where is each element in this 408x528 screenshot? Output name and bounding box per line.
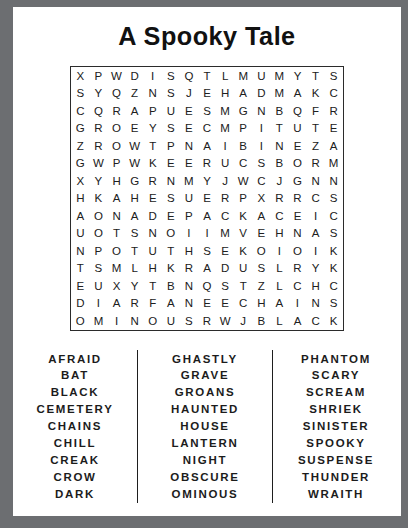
grid-cell: J: [216, 172, 234, 190]
grid-cell: P: [107, 155, 125, 173]
grid-cell: Y: [288, 67, 306, 85]
grid-cell: S: [162, 120, 180, 138]
word-list-item: GROANS: [138, 384, 272, 401]
grid-cell: H: [252, 295, 270, 313]
word-list-item: HAUNTED: [138, 401, 272, 418]
word-list-item: GHASTLY: [138, 351, 272, 368]
grid-cell: B: [270, 155, 288, 173]
grid-cell: R: [198, 312, 216, 330]
word-list-item: NIGHT: [138, 452, 272, 469]
word-list-column: GHASTLYGRAVEGROANSHAUNTEDHOUSELANTERNNIG…: [137, 350, 273, 503]
grid-cell: H: [71, 190, 89, 208]
grid-cell: D: [252, 85, 270, 103]
grid-cell: N: [180, 137, 198, 155]
word-list-item: SCREAM: [273, 384, 399, 401]
grid-cell: O: [288, 155, 306, 173]
word-list-item: PHANTOM: [273, 351, 399, 368]
grid-cell: T: [71, 260, 89, 278]
grid-cell: P: [162, 137, 180, 155]
grid-cell: E: [162, 155, 180, 173]
grid-cell: X: [71, 172, 89, 190]
grid-cell: C: [71, 102, 89, 120]
grid-cell: I: [288, 295, 306, 313]
grid-cell: A: [198, 137, 216, 155]
grid-cell: K: [89, 190, 107, 208]
word-list-item: OBSCURE: [138, 469, 272, 486]
grid-cell: S: [89, 260, 107, 278]
grid-cell: O: [89, 225, 107, 243]
grid-cell: Z: [71, 137, 89, 155]
grid-cell: I: [307, 242, 325, 260]
grid-cell: R: [216, 190, 234, 208]
grid-cell: I: [180, 225, 198, 243]
grid-cell: N: [144, 85, 162, 103]
grid-cell: R: [288, 190, 306, 208]
grid-cell: A: [162, 295, 180, 313]
grid-cell: T: [270, 120, 288, 138]
grid-cell: K: [325, 312, 343, 330]
grid-cell: M: [216, 102, 234, 120]
grid-cell: H: [216, 85, 234, 103]
grid-cell: A: [198, 207, 216, 225]
grid-cell: W: [216, 312, 234, 330]
grid-cell: E: [144, 190, 162, 208]
grid-cell: X: [107, 277, 125, 295]
grid-cell: R: [325, 102, 343, 120]
grid-cell: Y: [89, 85, 107, 103]
grid-cell: K: [144, 155, 162, 173]
grid-cell: W: [234, 172, 252, 190]
grid-cell: E: [288, 137, 306, 155]
grid-cell: B: [162, 277, 180, 295]
word-search-grid: XPWDISQTLMUMYTSSYQZNSJEHADMAKCCQRAPUESMG…: [70, 66, 343, 331]
grid-cell: A: [325, 137, 343, 155]
grid-cell: Q: [198, 277, 216, 295]
grid-cell: A: [252, 207, 270, 225]
grid-cell: U: [89, 277, 107, 295]
word-list-item: CEMETERY: [13, 401, 137, 418]
grid-cell: T: [198, 67, 216, 85]
grid-cell: Q: [180, 67, 198, 85]
grid-cell: R: [89, 137, 107, 155]
word-list-item: CHILL: [13, 435, 137, 452]
grid-cell: U: [144, 242, 162, 260]
grid-cell: N: [270, 137, 288, 155]
grid-cell: D: [71, 295, 89, 313]
grid-cell: B: [252, 312, 270, 330]
grid-cell: T: [162, 242, 180, 260]
grid-cell: C: [325, 277, 343, 295]
word-list-item: GRAVE: [138, 367, 272, 384]
grid-cell: R: [270, 190, 288, 208]
grid-cell: B: [234, 137, 252, 155]
grid-cell: E: [180, 102, 198, 120]
grid-cell: Q: [288, 102, 306, 120]
grid-cell: S: [162, 85, 180, 103]
grid-cell: F: [307, 102, 325, 120]
grid-cell: S: [198, 102, 216, 120]
grid-cell: C: [216, 207, 234, 225]
word-list-item: OMINOUS: [138, 486, 272, 503]
grid-cell: E: [216, 295, 234, 313]
grid-cell: U: [71, 225, 89, 243]
grid-cell: U: [216, 155, 234, 173]
grid-cell: Q: [89, 102, 107, 120]
word-list-item: SUSPENSE: [273, 452, 399, 469]
grid-cell: A: [107, 295, 125, 313]
grid-cell: P: [180, 207, 198, 225]
grid-cell: Y: [126, 277, 144, 295]
grid-cell: L: [126, 260, 144, 278]
grid-cell: E: [198, 295, 216, 313]
grid-cell: V: [234, 225, 252, 243]
grid-cell: U: [162, 102, 180, 120]
grid-cell: A: [126, 102, 144, 120]
grid-cell: L: [270, 312, 288, 330]
grid-cell: R: [89, 120, 107, 138]
grid-cell: E: [180, 155, 198, 173]
grid-cell: T: [307, 120, 325, 138]
grid-cell: S: [252, 155, 270, 173]
grid-cell: U: [234, 260, 252, 278]
grid-cell: H: [307, 277, 325, 295]
grid-cell: C: [234, 155, 252, 173]
word-list-item: CROW: [13, 469, 137, 486]
grid-cell: C: [288, 277, 306, 295]
grid-cell: D: [216, 260, 234, 278]
grid-cell: N: [307, 295, 325, 313]
grid-cell: C: [270, 207, 288, 225]
grid-cell: C: [198, 120, 216, 138]
grid-cell: A: [71, 207, 89, 225]
grid-cell: P: [234, 120, 252, 138]
word-list-column: PHANTOMSCARYSCREAMSHRIEKSINISTERSPOOKYSU…: [273, 350, 399, 503]
word-list-item: SPOOKY: [273, 435, 399, 452]
grid-cell: U: [180, 190, 198, 208]
grid-cell: R: [126, 295, 144, 313]
word-list-item: CHAINS: [13, 418, 137, 435]
grid-cell: P: [89, 242, 107, 260]
grid-cell: J: [234, 312, 252, 330]
grid-cell: E: [325, 120, 343, 138]
grid-cell: N: [180, 295, 198, 313]
grid-cell: S: [325, 225, 343, 243]
grid-cell: H: [180, 242, 198, 260]
grid-cell: K: [162, 260, 180, 278]
word-list-item: HOUSE: [138, 418, 272, 435]
grid-cell: S: [126, 225, 144, 243]
grid-cell: S: [71, 85, 89, 103]
grid-cell: I: [198, 225, 216, 243]
grid-cell: C: [325, 85, 343, 103]
grid-cell: D: [126, 67, 144, 85]
grid-cell: Y: [307, 260, 325, 278]
grid-cell: A: [107, 190, 125, 208]
grid-cell: R: [307, 155, 325, 173]
grid-cell: I: [252, 120, 270, 138]
grid-cell: S: [180, 312, 198, 330]
grid-cell: E: [288, 207, 306, 225]
grid-cell: S: [162, 190, 180, 208]
grid-cell: I: [216, 137, 234, 155]
grid-cell: B: [270, 102, 288, 120]
grid-cell: E: [126, 120, 144, 138]
grid-cell: G: [126, 172, 144, 190]
grid-cell: M: [270, 67, 288, 85]
grid-cell: R: [180, 260, 198, 278]
word-list-item: BAT: [13, 367, 137, 384]
grid-cell: P: [234, 190, 252, 208]
grid-cell: A: [270, 295, 288, 313]
grid-cell: T: [144, 137, 162, 155]
word-list-item: THUNDER: [273, 469, 399, 486]
word-list: AFRAIDBATBLACKCEMETERYCHAINSCHILLCREAKCR…: [13, 350, 401, 503]
grid-cell: R: [144, 172, 162, 190]
grid-cell: Z: [126, 85, 144, 103]
grid-cell: O: [288, 242, 306, 260]
grid-cell: X: [252, 190, 270, 208]
word-list-item: SHRIEK: [273, 401, 399, 418]
grid-cell: R: [288, 260, 306, 278]
grid-cell: A: [307, 225, 325, 243]
grid-cell: T: [126, 242, 144, 260]
grid-cell: T: [234, 277, 252, 295]
grid-cell: S: [325, 295, 343, 313]
grid-cell: O: [107, 242, 125, 260]
grid-cell: M: [216, 120, 234, 138]
grid-cell: G: [288, 172, 306, 190]
grid-cell: C: [234, 295, 252, 313]
grid-cell: T: [107, 225, 125, 243]
grid-cell: I: [89, 295, 107, 313]
grid-cell: L: [270, 260, 288, 278]
grid-cell: C: [325, 207, 343, 225]
grid-cell: I: [252, 137, 270, 155]
grid-cell: U: [288, 120, 306, 138]
grid-cell: O: [107, 137, 125, 155]
grid-cell: E: [198, 85, 216, 103]
grid-cell: J: [180, 85, 198, 103]
grid-cell: W: [126, 155, 144, 173]
word-list-item: WRAITH: [273, 486, 399, 503]
grid-cell: H: [126, 190, 144, 208]
grid-cell: F: [144, 295, 162, 313]
grid-cell: G: [71, 155, 89, 173]
grid-cell: C: [252, 172, 270, 190]
grid-cell: M: [325, 155, 343, 173]
grid-cell: I: [307, 207, 325, 225]
grid-cell: P: [144, 102, 162, 120]
grid-cell: E: [216, 242, 234, 260]
grid-cell: K: [307, 85, 325, 103]
grid-cell: I: [270, 242, 288, 260]
grid-cell: E: [162, 207, 180, 225]
grid-cell: N: [107, 207, 125, 225]
grid-cell: T: [144, 277, 162, 295]
grid-cell: X: [71, 67, 89, 85]
grid-cell: Y: [198, 172, 216, 190]
grid-cell: C: [307, 312, 325, 330]
grid-cell: N: [288, 225, 306, 243]
grid-cell: O: [252, 242, 270, 260]
grid-cell: G: [71, 120, 89, 138]
worksheet-page: A Spooky Tale XPWDISQTLMUMYTSSYQZNSJEHAD…: [0, 0, 408, 528]
grid-cell: U: [162, 312, 180, 330]
word-list-item: SCARY: [273, 367, 399, 384]
grid-cell: Z: [307, 137, 325, 155]
grid-cell: O: [144, 312, 162, 330]
grid-cell: P: [89, 67, 107, 85]
grid-cell: A: [288, 312, 306, 330]
grid-cell: U: [252, 67, 270, 85]
grid-cell: I: [107, 312, 125, 330]
grid-cell: A: [288, 85, 306, 103]
grid-cell: N: [126, 312, 144, 330]
grid-cell: M: [107, 260, 125, 278]
grid-cell: O: [162, 225, 180, 243]
grid-cell: A: [234, 85, 252, 103]
grid-cell: W: [126, 137, 144, 155]
grid-cell: S: [216, 277, 234, 295]
grid-cell: M: [89, 312, 107, 330]
grid-cell: L: [216, 67, 234, 85]
grid-cell: R: [107, 102, 125, 120]
word-list-item: LANTERN: [138, 435, 272, 452]
grid-cell: W: [89, 155, 107, 173]
grid-cell: E: [180, 120, 198, 138]
word-list-item: BLACK: [13, 384, 137, 401]
word-list-column: AFRAIDBATBLACKCEMETERYCHAINSCHILLCREAKCR…: [13, 350, 137, 503]
grid-cell: N: [71, 242, 89, 260]
grid-cell: N: [325, 172, 343, 190]
grid-cell: M: [270, 85, 288, 103]
grid-cell: S: [162, 67, 180, 85]
grid-cell: N: [252, 102, 270, 120]
grid-cell: L: [270, 277, 288, 295]
grid-cell: K: [325, 260, 343, 278]
grid-cell: N: [144, 225, 162, 243]
grid-cell: S: [252, 260, 270, 278]
grid-cell: D: [144, 207, 162, 225]
grid-cell: H: [270, 225, 288, 243]
grid-cell: M: [180, 172, 198, 190]
grid-cell: M: [234, 67, 252, 85]
grid-cell: J: [270, 172, 288, 190]
grid-cell: A: [198, 260, 216, 278]
puzzle-title: A Spooky Tale: [19, 21, 395, 52]
grid-cell: N: [307, 172, 325, 190]
grid-cell: N: [180, 277, 198, 295]
grid-cell: C: [307, 190, 325, 208]
grid-cell: R: [198, 155, 216, 173]
grid-cell: K: [234, 207, 252, 225]
grid-cell: H: [144, 260, 162, 278]
grid-cell: W: [107, 67, 125, 85]
word-list-item: DARK: [13, 486, 137, 503]
grid-cell: E: [71, 277, 89, 295]
word-list-item: CREAK: [13, 452, 137, 469]
grid-cell: Y: [89, 172, 107, 190]
grid-cell: M: [216, 225, 234, 243]
grid-cell: E: [252, 225, 270, 243]
word-list-item: SINISTER: [273, 418, 399, 435]
grid-cell: S: [198, 242, 216, 260]
grid-cell: G: [234, 102, 252, 120]
grid-cell: A: [126, 207, 144, 225]
grid-cell: K: [325, 242, 343, 260]
grid-cell: O: [107, 120, 125, 138]
grid-cell: T: [307, 67, 325, 85]
grid-cell: S: [325, 190, 343, 208]
word-list-item: AFRAID: [13, 351, 137, 368]
grid-cell: S: [325, 67, 343, 85]
grid-cell: K: [234, 242, 252, 260]
grid-cell: H: [107, 172, 125, 190]
grid-cell: Q: [107, 85, 125, 103]
grid-cell: O: [71, 312, 89, 330]
grid-cell: Z: [252, 277, 270, 295]
grid-cell: E: [198, 190, 216, 208]
grid-cell: Y: [144, 120, 162, 138]
grid-cell: N: [162, 172, 180, 190]
grid-cell: I: [144, 67, 162, 85]
grid-cell: O: [89, 207, 107, 225]
